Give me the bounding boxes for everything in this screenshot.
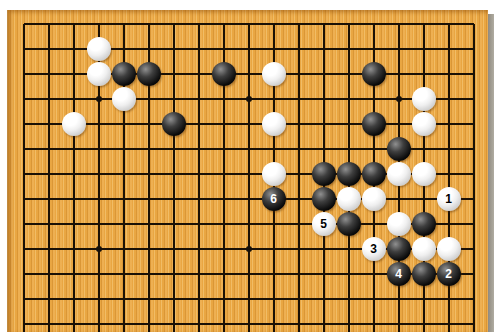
- intersection[interactable]: [386, 161, 411, 186]
- intersection[interactable]: [136, 36, 161, 61]
- intersection[interactable]: [61, 61, 86, 86]
- intersection[interactable]: [461, 36, 486, 61]
- black-stone[interactable]: [137, 62, 161, 86]
- grid-line-vertical: [273, 86, 275, 111]
- grid-line-vertical: [73, 161, 75, 186]
- white-stone[interactable]: [62, 112, 86, 136]
- intersection[interactable]: [211, 86, 236, 111]
- intersection[interactable]: [36, 61, 61, 86]
- white-stone[interactable]: [87, 62, 111, 86]
- intersection[interactable]: [186, 11, 211, 36]
- intersection[interactable]: [36, 261, 61, 286]
- intersection[interactable]: [236, 36, 261, 61]
- intersection[interactable]: [261, 86, 286, 111]
- intersection[interactable]: [36, 311, 61, 332]
- intersection[interactable]: [111, 86, 136, 111]
- intersection[interactable]: [211, 136, 236, 161]
- star-point: [246, 96, 252, 102]
- intersection[interactable]: [411, 186, 436, 211]
- intersection[interactable]: [361, 261, 386, 286]
- intersection[interactable]: [411, 161, 436, 186]
- intersection[interactable]: [311, 36, 336, 61]
- intersection[interactable]: [211, 61, 236, 86]
- grid-line-vertical: [298, 24, 300, 37]
- intersection[interactable]: [311, 286, 336, 311]
- intersection[interactable]: [236, 261, 261, 286]
- black-stone[interactable]: 4: [387, 262, 411, 286]
- black-stone[interactable]: [412, 212, 436, 236]
- white-stone[interactable]: [87, 37, 111, 61]
- white-stone[interactable]: 3: [362, 237, 386, 261]
- intersection[interactable]: [236, 86, 261, 111]
- intersection[interactable]: [336, 136, 361, 161]
- intersection[interactable]: [386, 211, 411, 236]
- intersection[interactable]: [461, 161, 486, 186]
- intersection[interactable]: [61, 236, 86, 261]
- white-stone[interactable]: [262, 112, 286, 136]
- intersection[interactable]: [186, 286, 211, 311]
- intersection[interactable]: [461, 236, 486, 261]
- intersection[interactable]: [261, 61, 286, 86]
- intersection[interactable]: [361, 111, 386, 136]
- intersection[interactable]: [286, 111, 311, 136]
- intersection[interactable]: [336, 236, 361, 261]
- black-stone[interactable]: [362, 162, 386, 186]
- intersection[interactable]: [211, 11, 236, 36]
- grid-line-vertical: [298, 186, 300, 211]
- intersection[interactable]: [311, 86, 336, 111]
- intersection[interactable]: [11, 61, 36, 86]
- intersection[interactable]: [86, 11, 111, 36]
- intersection[interactable]: 3: [361, 236, 386, 261]
- intersection[interactable]: [161, 36, 186, 61]
- black-stone[interactable]: 6: [262, 187, 286, 211]
- intersection[interactable]: [211, 261, 236, 286]
- intersection[interactable]: [236, 161, 261, 186]
- intersection[interactable]: [136, 236, 161, 261]
- intersection[interactable]: [336, 86, 361, 111]
- intersection[interactable]: [111, 61, 136, 86]
- intersection[interactable]: [261, 161, 286, 186]
- intersection[interactable]: [311, 136, 336, 161]
- intersection[interactable]: [411, 111, 436, 136]
- intersection[interactable]: [161, 86, 186, 111]
- intersection[interactable]: [361, 311, 386, 332]
- intersection[interactable]: [36, 236, 61, 261]
- intersection[interactable]: [336, 36, 361, 61]
- intersection[interactable]: [461, 61, 486, 86]
- intersection[interactable]: [36, 111, 61, 136]
- intersection[interactable]: [411, 11, 436, 36]
- intersection[interactable]: [161, 211, 186, 236]
- intersection[interactable]: [161, 261, 186, 286]
- white-stone[interactable]: [412, 87, 436, 111]
- intersection[interactable]: [461, 261, 486, 286]
- intersection[interactable]: [236, 311, 261, 332]
- intersection[interactable]: [311, 261, 336, 286]
- intersection[interactable]: [436, 211, 461, 236]
- intersection[interactable]: [61, 186, 86, 211]
- intersection[interactable]: [361, 61, 386, 86]
- intersection[interactable]: [386, 61, 411, 86]
- intersection[interactable]: [11, 161, 36, 186]
- intersection[interactable]: [11, 311, 36, 332]
- intersection[interactable]: [286, 161, 311, 186]
- intersection[interactable]: [111, 186, 136, 211]
- intersection[interactable]: [261, 236, 286, 261]
- intersection[interactable]: [286, 186, 311, 211]
- intersection[interactable]: [361, 211, 386, 236]
- intersection[interactable]: [236, 186, 261, 211]
- intersection[interactable]: 2: [436, 261, 461, 286]
- intersection[interactable]: [161, 236, 186, 261]
- intersection[interactable]: [286, 211, 311, 236]
- black-stone[interactable]: [337, 212, 361, 236]
- intersection[interactable]: [386, 36, 411, 61]
- intersection[interactable]: [286, 286, 311, 311]
- intersection[interactable]: [286, 86, 311, 111]
- intersection[interactable]: [111, 211, 136, 236]
- intersection[interactable]: [111, 36, 136, 61]
- intersection[interactable]: [136, 286, 161, 311]
- white-stone[interactable]: [262, 162, 286, 186]
- intersection[interactable]: [136, 136, 161, 161]
- intersection[interactable]: [411, 61, 436, 86]
- intersection[interactable]: [186, 211, 211, 236]
- intersection[interactable]: [111, 111, 136, 136]
- intersection[interactable]: [286, 311, 311, 332]
- black-stone[interactable]: [387, 237, 411, 261]
- intersection[interactable]: [11, 11, 36, 36]
- intersection[interactable]: [461, 286, 486, 311]
- black-stone[interactable]: [312, 162, 336, 186]
- intersection[interactable]: [11, 261, 36, 286]
- intersection[interactable]: [186, 36, 211, 61]
- white-stone[interactable]: [262, 62, 286, 86]
- white-stone[interactable]: 1: [437, 187, 461, 211]
- intersection[interactable]: [36, 136, 61, 161]
- intersection[interactable]: [311, 161, 336, 186]
- white-stone[interactable]: [412, 162, 436, 186]
- white-stone[interactable]: [387, 212, 411, 236]
- intersection[interactable]: [386, 111, 411, 136]
- intersection[interactable]: 4: [386, 261, 411, 286]
- intersection[interactable]: [11, 86, 36, 111]
- black-stone[interactable]: [412, 262, 436, 286]
- intersection[interactable]: [186, 186, 211, 211]
- intersection[interactable]: [136, 161, 161, 186]
- intersection[interactable]: [11, 186, 36, 211]
- black-stone[interactable]: [112, 62, 136, 86]
- intersection[interactable]: [61, 111, 86, 136]
- intersection[interactable]: [36, 36, 61, 61]
- intersection[interactable]: [361, 11, 386, 36]
- intersection[interactable]: [286, 261, 311, 286]
- intersection[interactable]: [161, 286, 186, 311]
- intersection[interactable]: [336, 186, 361, 211]
- intersection[interactable]: [411, 261, 436, 286]
- intersection[interactable]: [86, 136, 111, 161]
- grid-line-vertical: [198, 236, 200, 261]
- intersection[interactable]: [411, 211, 436, 236]
- intersection[interactable]: [236, 111, 261, 136]
- white-stone[interactable]: [437, 237, 461, 261]
- intersection[interactable]: [86, 111, 111, 136]
- intersection[interactable]: [161, 61, 186, 86]
- intersection[interactable]: [61, 261, 86, 286]
- intersection[interactable]: [411, 286, 436, 311]
- intersection[interactable]: [61, 36, 86, 61]
- intersection[interactable]: [211, 111, 236, 136]
- black-stone[interactable]: [387, 137, 411, 161]
- intersection[interactable]: [311, 236, 336, 261]
- intersection[interactable]: 5: [311, 211, 336, 236]
- intersection[interactable]: [11, 36, 36, 61]
- intersection[interactable]: [436, 161, 461, 186]
- intersection[interactable]: [261, 136, 286, 161]
- white-stone[interactable]: [337, 187, 361, 211]
- intersection[interactable]: [36, 86, 61, 111]
- intersection[interactable]: [36, 286, 61, 311]
- intersection[interactable]: [411, 136, 436, 161]
- intersection[interactable]: [211, 236, 236, 261]
- intersection[interactable]: [186, 261, 211, 286]
- intersection[interactable]: [86, 86, 111, 111]
- intersection[interactable]: [186, 236, 211, 261]
- intersection[interactable]: [86, 286, 111, 311]
- intersection[interactable]: [186, 61, 211, 86]
- intersection[interactable]: [361, 286, 386, 311]
- intersection[interactable]: [461, 211, 486, 236]
- intersection[interactable]: [311, 61, 336, 86]
- intersection[interactable]: [311, 111, 336, 136]
- intersection[interactable]: [361, 136, 386, 161]
- white-stone[interactable]: [112, 87, 136, 111]
- intersection[interactable]: [136, 261, 161, 286]
- black-stone[interactable]: 2: [437, 262, 461, 286]
- intersection[interactable]: [86, 186, 111, 211]
- intersection[interactable]: [211, 211, 236, 236]
- white-stone[interactable]: [412, 237, 436, 261]
- intersection[interactable]: [261, 11, 286, 36]
- intersection[interactable]: [461, 311, 486, 332]
- intersection[interactable]: [261, 36, 286, 61]
- grid-line-vertical: [198, 261, 200, 286]
- intersection[interactable]: [411, 36, 436, 61]
- grid-line-vertical: [148, 261, 150, 286]
- intersection[interactable]: [111, 236, 136, 261]
- intersection[interactable]: [186, 161, 211, 186]
- intersection[interactable]: [111, 11, 136, 36]
- intersection[interactable]: [86, 161, 111, 186]
- intersection[interactable]: [11, 136, 36, 161]
- intersection[interactable]: [111, 261, 136, 286]
- intersection[interactable]: [436, 111, 461, 136]
- intersection[interactable]: 6: [261, 186, 286, 211]
- intersection[interactable]: [286, 61, 311, 86]
- black-stone[interactable]: [362, 112, 386, 136]
- black-stone[interactable]: [362, 62, 386, 86]
- intersection[interactable]: [286, 11, 311, 36]
- intersection[interactable]: [136, 186, 161, 211]
- intersection[interactable]: [336, 261, 361, 286]
- intersection[interactable]: [111, 311, 136, 332]
- intersection[interactable]: [311, 11, 336, 36]
- intersection[interactable]: [111, 286, 136, 311]
- intersection[interactable]: [461, 11, 486, 36]
- intersection[interactable]: [386, 86, 411, 111]
- intersection[interactable]: [211, 36, 236, 61]
- intersection[interactable]: [211, 161, 236, 186]
- intersection[interactable]: [161, 11, 186, 36]
- intersection[interactable]: [386, 186, 411, 211]
- intersection[interactable]: [436, 236, 461, 261]
- intersection[interactable]: [236, 286, 261, 311]
- intersection[interactable]: [386, 286, 411, 311]
- intersection[interactable]: [286, 136, 311, 161]
- intersection[interactable]: [386, 11, 411, 36]
- intersection[interactable]: [86, 61, 111, 86]
- intersection[interactable]: [186, 86, 211, 111]
- intersection[interactable]: [86, 261, 111, 286]
- intersection[interactable]: [386, 236, 411, 261]
- intersection[interactable]: 1: [436, 186, 461, 211]
- intersection[interactable]: [461, 86, 486, 111]
- intersection[interactable]: [336, 11, 361, 36]
- intersection[interactable]: [311, 186, 336, 211]
- intersection[interactable]: [86, 236, 111, 261]
- goban-grid: 615342: [11, 11, 486, 332]
- intersection[interactable]: [411, 311, 436, 332]
- intersection[interactable]: [236, 61, 261, 86]
- intersection[interactable]: [136, 11, 161, 36]
- black-stone[interactable]: [162, 112, 186, 136]
- intersection[interactable]: [211, 186, 236, 211]
- intersection[interactable]: [161, 186, 186, 211]
- grid-line-vertical: [473, 61, 475, 86]
- intersection[interactable]: [61, 161, 86, 186]
- intersection[interactable]: [61, 136, 86, 161]
- intersection[interactable]: [336, 211, 361, 236]
- intersection[interactable]: [286, 236, 311, 261]
- intersection[interactable]: [436, 86, 461, 111]
- intersection[interactable]: [336, 311, 361, 332]
- intersection[interactable]: [211, 311, 236, 332]
- intersection[interactable]: [111, 161, 136, 186]
- intersection[interactable]: [436, 136, 461, 161]
- intersection[interactable]: [161, 111, 186, 136]
- intersection[interactable]: [336, 161, 361, 186]
- intersection[interactable]: [136, 211, 161, 236]
- intersection[interactable]: [11, 286, 36, 311]
- grid-line-vertical: [123, 261, 125, 286]
- intersection[interactable]: [361, 36, 386, 61]
- intersection[interactable]: [161, 311, 186, 332]
- black-stone[interactable]: [212, 62, 236, 86]
- intersection[interactable]: [411, 86, 436, 111]
- intersection[interactable]: [186, 111, 211, 136]
- intersection[interactable]: [61, 11, 86, 36]
- intersection[interactable]: [86, 211, 111, 236]
- intersection[interactable]: [161, 161, 186, 186]
- intersection[interactable]: [436, 311, 461, 332]
- grid-line-vertical: [48, 86, 50, 111]
- intersection[interactable]: [61, 211, 86, 236]
- intersection[interactable]: [86, 36, 111, 61]
- intersection[interactable]: [336, 61, 361, 86]
- intersection[interactable]: [436, 61, 461, 86]
- intersection[interactable]: [311, 311, 336, 332]
- intersection[interactable]: [136, 86, 161, 111]
- intersection[interactable]: [36, 11, 61, 36]
- intersection[interactable]: [136, 61, 161, 86]
- intersection[interactable]: [36, 186, 61, 211]
- intersection[interactable]: [136, 311, 161, 332]
- intersection[interactable]: [461, 136, 486, 161]
- intersection[interactable]: [236, 211, 261, 236]
- intersection[interactable]: [186, 311, 211, 332]
- intersection[interactable]: [461, 111, 486, 136]
- intersection[interactable]: [11, 111, 36, 136]
- intersection[interactable]: [261, 111, 286, 136]
- intersection[interactable]: [11, 211, 36, 236]
- intersection[interactable]: [161, 136, 186, 161]
- intersection[interactable]: [261, 311, 286, 332]
- intersection[interactable]: [461, 186, 486, 211]
- intersection[interactable]: [361, 161, 386, 186]
- intersection[interactable]: [386, 311, 411, 332]
- intersection[interactable]: [61, 86, 86, 111]
- white-stone[interactable]: [387, 162, 411, 186]
- black-stone[interactable]: [337, 162, 361, 186]
- black-stone[interactable]: [312, 187, 336, 211]
- intersection[interactable]: [136, 111, 161, 136]
- grid-line-vertical: [448, 161, 450, 186]
- intersection[interactable]: [361, 86, 386, 111]
- intersection[interactable]: [61, 286, 86, 311]
- intersection[interactable]: [286, 36, 311, 61]
- intersection[interactable]: [436, 36, 461, 61]
- intersection[interactable]: [411, 236, 436, 261]
- intersection[interactable]: [436, 11, 461, 36]
- intersection[interactable]: [361, 186, 386, 211]
- intersection[interactable]: [386, 136, 411, 161]
- intersection[interactable]: [336, 286, 361, 311]
- intersection[interactable]: [186, 136, 211, 161]
- white-stone[interactable]: [362, 187, 386, 211]
- intersection[interactable]: [236, 11, 261, 36]
- intersection[interactable]: [336, 111, 361, 136]
- grid-line-vertical: [298, 236, 300, 261]
- intersection[interactable]: [111, 136, 136, 161]
- white-stone[interactable]: [412, 112, 436, 136]
- intersection[interactable]: [436, 286, 461, 311]
- intersection[interactable]: [211, 286, 236, 311]
- white-stone[interactable]: 5: [312, 212, 336, 236]
- grid-line-vertical: [248, 111, 250, 136]
- intersection[interactable]: [236, 136, 261, 161]
- intersection[interactable]: [36, 161, 61, 186]
- intersection[interactable]: [36, 211, 61, 236]
- intersection[interactable]: [261, 286, 286, 311]
- intersection[interactable]: [86, 311, 111, 332]
- grid-line-vertical: [123, 36, 125, 61]
- intersection[interactable]: [61, 311, 86, 332]
- intersection[interactable]: [236, 236, 261, 261]
- intersection[interactable]: [11, 236, 36, 261]
- intersection[interactable]: [261, 211, 286, 236]
- intersection[interactable]: [261, 261, 286, 286]
